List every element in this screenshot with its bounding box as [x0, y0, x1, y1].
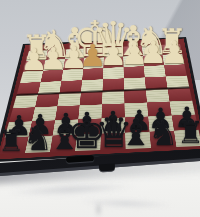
square-d8	[100, 133, 125, 150]
square-f8	[50, 135, 77, 152]
square-c8	[125, 132, 151, 149]
square-a8	[174, 130, 200, 147]
square-a3	[164, 64, 187, 76]
square-e8	[75, 134, 101, 151]
square-c7	[125, 116, 150, 132]
clasp-tab	[99, 164, 115, 173]
chess-set-photo: ♜♞♝♚♛♝♞♜♟♟♟♟♟♟♟♟♟♟♟♟♟♟♟♟♜♞♝♚♛♝♞♜	[0, 0, 200, 217]
square-e6	[78, 104, 102, 119]
chess-board	[0, 44, 200, 154]
square-d3	[103, 67, 124, 79]
square-f6	[55, 105, 80, 120]
square-g7	[29, 120, 55, 136]
square-f7	[53, 119, 79, 135]
square-g5	[35, 93, 59, 107]
square-d5	[102, 90, 124, 104]
square-b8	[150, 131, 177, 148]
square-e7	[77, 118, 102, 134]
square-e3	[82, 68, 103, 80]
square-a6	[170, 101, 196, 116]
square-c5	[124, 89, 147, 103]
square-e5	[80, 91, 103, 105]
cloth-wrinkle	[96, 202, 101, 217]
square-c6	[124, 102, 148, 117]
square-a7	[172, 114, 199, 130]
square-b6	[147, 101, 172, 116]
square-b5	[146, 89, 170, 103]
square-d6	[101, 103, 124, 118]
square-d7	[101, 117, 125, 133]
square-g6	[32, 106, 57, 121]
cloth-wrinkle	[78, 197, 174, 209]
cloth-wrinkle	[6, 181, 136, 199]
square-f5	[57, 92, 81, 106]
square-c3	[124, 66, 145, 78]
square-b7	[148, 115, 174, 131]
square-a5	[168, 88, 193, 102]
square-b3	[144, 65, 166, 77]
square-g8	[25, 136, 53, 153]
